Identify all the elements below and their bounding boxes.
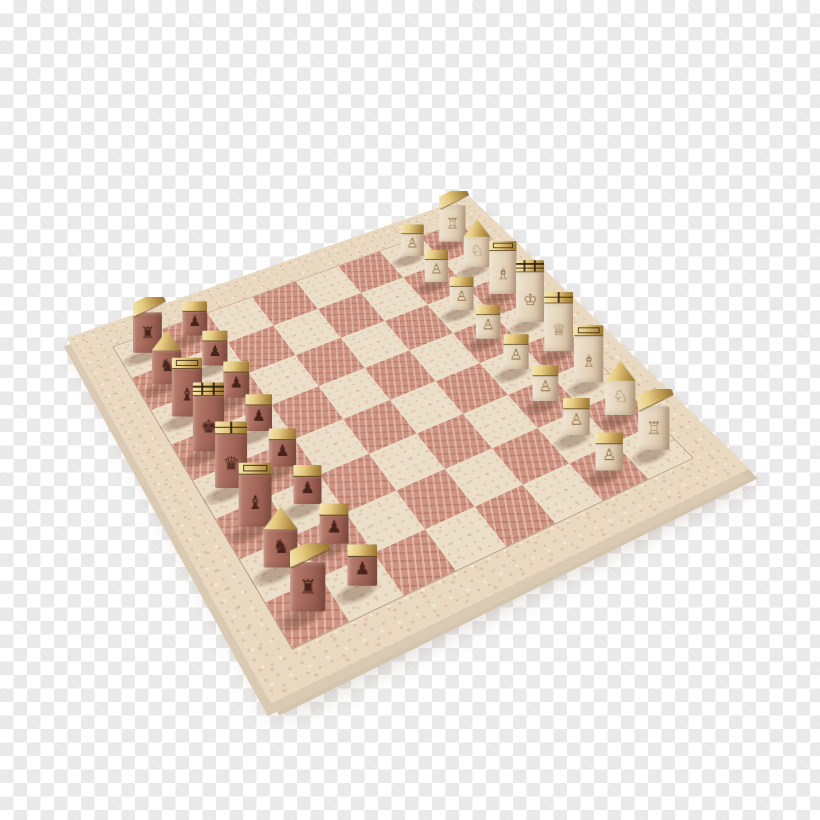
piece-brass-cap-p [532, 365, 558, 375]
piece-brass-cap-p [449, 276, 473, 285]
piece-brass-cap-k [515, 260, 543, 271]
piece-marble-body [293, 475, 321, 504]
board-grid: ♖♙♟♜♘♙♟♞♗♙♟♝♔♙♟♚♕♙♟♛♗♙♟♝♘♙♟♞♖♙♟♜ [114, 223, 693, 648]
piece-brass-cap-p [268, 428, 295, 439]
bishop-cap-outline [577, 327, 599, 333]
bishop-cap-outline [242, 465, 266, 472]
piece-marble-body [245, 403, 272, 431]
chess-piece: ♜ [289, 543, 324, 611]
piece-marble-body [544, 301, 573, 351]
piece-marble-body [475, 313, 500, 339]
piece-marble-body [573, 334, 603, 382]
chess-piece: ♟ [347, 544, 377, 585]
piece-marble-body [268, 438, 295, 466]
piece-marble-body [449, 285, 473, 310]
piece-brass-cap-p [182, 301, 207, 310]
board-frame: ♖♙♟♜♘♙♟♞♗♙♟♝♔♙♟♚♕♙♟♛♗♙♟♝♘♙♟♞♖♙♟♜ [67, 197, 750, 704]
piece-marble-body [289, 562, 324, 611]
piece-marble-body [347, 555, 377, 586]
chess-board: ♖♙♟♜♘♙♟♞♗♙♟♝♔♙♟♚♕♙♟♛♗♙♟♝♘♙♟♞♖♙♟♜ [67, 197, 750, 704]
piece-brass-cap-k [192, 382, 223, 395]
piece-marble-body [424, 258, 448, 282]
piece-brass-cap-b [489, 241, 516, 250]
piece-brass-cap-n [604, 360, 634, 380]
piece-marble-body [637, 406, 668, 450]
piece-marble-body [532, 374, 558, 401]
piece-brass-cap-p [424, 250, 448, 259]
chess-piece: ♕ [544, 292, 573, 352]
chess-piece: ♘ [604, 360, 634, 415]
piece-marble-body [604, 380, 634, 415]
piece-brass-cap-p [293, 465, 321, 476]
piece-brass-cap-n [463, 219, 490, 237]
chess-piece: ♔ [515, 260, 543, 322]
piece-marble-body [562, 407, 589, 435]
product-photo-scene: ♖♙♟♜♘♙♟♞♗♙♟♝♔♙♟♚♕♙♟♛♗♙♟♝♘♙♟♞♖♙♟♜ [0, 0, 820, 820]
piece-brass-cap-n [151, 330, 181, 350]
chess-piece: ♟ [268, 428, 295, 466]
piece-brass-cap-q [214, 421, 246, 433]
chess-piece: ♙ [400, 224, 423, 256]
chess-piece: ♙ [449, 276, 473, 309]
piece-brass-cap-p [595, 432, 623, 443]
piece-brass-cap-p [245, 394, 272, 404]
chess-piece: ♗ [573, 325, 603, 382]
bishop-cap-outline [175, 360, 197, 366]
piece-marble-body [503, 343, 528, 369]
bishop-cap-outline [492, 243, 512, 248]
chess-piece: ♙ [595, 432, 623, 470]
piece-marble-body [400, 232, 423, 256]
piece-marble-body [463, 236, 490, 267]
chess-piece: ♘ [463, 219, 490, 267]
piece-brass-cap-p [503, 334, 528, 344]
piece-brass-cap-p [400, 224, 423, 233]
chess-piece: ♟ [245, 394, 272, 431]
transparency-background: { "game": "chess", "scene_description": … [0, 0, 820, 820]
piece-brass-cap-p [202, 331, 227, 341]
chess-piece: ♟ [202, 331, 227, 366]
piece-marble-body [439, 205, 465, 242]
chess-piece: ♖ [439, 191, 465, 242]
chess-piece: ♟ [223, 361, 249, 397]
chess-piece: ♖ [637, 389, 668, 449]
piece-brass-cap-p [223, 361, 249, 371]
piece-marble-body [489, 249, 516, 294]
piece-brass-cap-p [562, 398, 589, 408]
piece-brass-cap-p [347, 544, 377, 556]
piece-brass-cap-p [319, 503, 348, 514]
chess-piece: ♟ [293, 465, 321, 504]
board-square [365, 350, 436, 400]
piece-brass-cap-n [263, 506, 297, 529]
piece-marble-body [595, 442, 623, 471]
piece-marble-body [515, 270, 543, 322]
chess-piece: ♙ [562, 398, 589, 435]
piece-brass-cap-p [475, 305, 500, 315]
chess-piece: ♙ [424, 250, 448, 283]
piece-brass-cap-b [573, 325, 603, 335]
piece-brass-cap-b [238, 462, 271, 473]
piece-brass-cap-b [171, 358, 201, 368]
chess-piece: ♙ [503, 334, 528, 369]
chess-piece: ♗ [489, 241, 516, 294]
chess-piece: ♙ [532, 365, 558, 401]
piece-brass-cap-q [544, 292, 573, 303]
chess-piece: ♙ [475, 305, 500, 339]
